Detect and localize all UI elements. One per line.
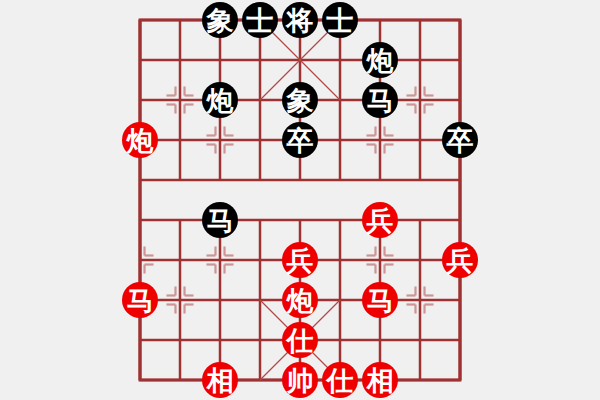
piece-red-elephant[interactable]: 相 [202,362,238,398]
piece-black-horse[interactable]: 马 [362,82,398,118]
piece-red-horse[interactable]: 马 [122,282,158,318]
piece-red-advisor[interactable]: 仕 [322,362,358,398]
piece-black-elephant[interactable]: 象 [202,2,238,38]
piece-red-soldier[interactable]: 兵 [442,242,478,278]
piece-red-horse[interactable]: 马 [362,282,398,318]
piece-red-soldier[interactable]: 兵 [282,242,318,278]
piece-black-advisor[interactable]: 士 [322,2,358,38]
piece-black-soldier[interactable]: 卒 [282,122,318,158]
piece-black-cannon[interactable]: 炮 [362,42,398,78]
piece-red-cannon[interactable]: 炮 [122,122,158,158]
piece-red-soldier[interactable]: 兵 [362,202,398,238]
piece-red-cannon[interactable]: 炮 [282,282,318,318]
piece-black-horse[interactable]: 马 [202,202,238,238]
piece-red-king[interactable]: 帅 [282,362,318,398]
pieces-layer: 象士将士炮炮象马卒卒马炮兵兵兵马炮马仕相帅仕相 [120,0,480,400]
xiangqi-board: 象士将士炮炮象马卒卒马炮兵兵兵马炮马仕相帅仕相 [0,0,600,400]
piece-black-soldier[interactable]: 卒 [442,122,478,158]
piece-red-elephant[interactable]: 相 [362,362,398,398]
piece-black-king[interactable]: 将 [282,2,318,38]
piece-black-advisor[interactable]: 士 [242,2,278,38]
piece-black-cannon[interactable]: 炮 [202,82,238,118]
piece-black-elephant[interactable]: 象 [282,82,318,118]
piece-red-advisor[interactable]: 仕 [282,322,318,358]
